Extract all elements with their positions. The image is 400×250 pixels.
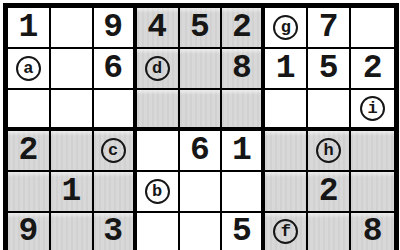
cell-r2c2[interactable] xyxy=(51,49,94,90)
cell-r6c6[interactable]: 5 xyxy=(222,213,265,250)
cell-r3c9[interactable]: i xyxy=(351,90,394,131)
cell-r4c6[interactable]: 1 xyxy=(222,131,265,172)
cell-r3c7[interactable] xyxy=(265,90,308,131)
sudoku-board: 19452g7a6d8152i2c61h1b2935f8 xyxy=(3,3,399,250)
cell-r3c6[interactable] xyxy=(222,90,265,131)
cell-r3c8[interactable] xyxy=(308,90,351,131)
cell-r6c2[interactable] xyxy=(51,213,94,250)
cell-r6c5[interactable] xyxy=(180,213,223,250)
cell-r5c9[interactable] xyxy=(351,172,394,213)
circled-letter-d: d xyxy=(145,56,170,81)
cell-r2c4[interactable]: d xyxy=(137,49,180,90)
cell-r4c2[interactable] xyxy=(51,131,94,172)
cell-r6c8[interactable] xyxy=(308,213,351,250)
cell-r4c8[interactable]: h xyxy=(308,131,351,172)
cell-r5c4[interactable]: b xyxy=(137,172,180,213)
cell-r2c3[interactable]: 6 xyxy=(94,49,137,90)
cell-r5c8[interactable]: 2 xyxy=(308,172,351,213)
cell-r1c6[interactable]: 2 xyxy=(222,8,265,49)
cell-r1c7[interactable]: g xyxy=(265,8,308,49)
cell-r3c5[interactable] xyxy=(180,90,223,131)
circled-letter-a: a xyxy=(16,56,41,81)
cell-r5c6[interactable] xyxy=(222,172,265,213)
cell-r2c1[interactable]: a xyxy=(8,49,51,90)
cell-r2c8[interactable]: 5 xyxy=(308,49,351,90)
cell-r6c4[interactable] xyxy=(137,213,180,250)
cell-r3c4[interactable] xyxy=(137,90,180,131)
cell-r1c2[interactable] xyxy=(51,8,94,49)
cell-r6c9[interactable]: 8 xyxy=(351,213,394,250)
cell-r2c6[interactable]: 8 xyxy=(222,49,265,90)
cell-r1c3[interactable]: 9 xyxy=(94,8,137,49)
cell-r4c5[interactable]: 6 xyxy=(180,131,223,172)
cell-r1c4[interactable]: 4 xyxy=(137,8,180,49)
cell-r4c7[interactable] xyxy=(265,131,308,172)
circled-letter-h: h xyxy=(316,138,341,163)
circled-letter-c: c xyxy=(101,138,126,163)
cell-r4c1[interactable]: 2 xyxy=(8,131,51,172)
cell-r1c1[interactable]: 1 xyxy=(8,8,51,49)
cell-r2c5[interactable] xyxy=(180,49,223,90)
circled-letter-b: b xyxy=(145,179,170,204)
circled-letter-g: g xyxy=(273,15,298,40)
cell-r3c1[interactable] xyxy=(8,90,51,131)
cell-r4c9[interactable] xyxy=(351,131,394,172)
cell-r5c2[interactable]: 1 xyxy=(51,172,94,213)
cell-r2c7[interactable]: 1 xyxy=(265,49,308,90)
cell-r3c2[interactable] xyxy=(51,90,94,131)
cell-r5c1[interactable] xyxy=(8,172,51,213)
cell-r4c4[interactable] xyxy=(137,131,180,172)
cell-r1c9[interactable] xyxy=(351,8,394,49)
cell-r6c3[interactable]: 3 xyxy=(94,213,137,250)
cell-r5c5[interactable] xyxy=(180,172,223,213)
cell-r4c3[interactable]: c xyxy=(94,131,137,172)
circled-letter-i: i xyxy=(360,96,385,121)
cell-r5c3[interactable] xyxy=(94,172,137,213)
cell-r1c5[interactable]: 5 xyxy=(180,8,223,49)
cell-r1c8[interactable]: 7 xyxy=(308,8,351,49)
circled-letter-f: f xyxy=(273,219,298,244)
cell-r6c1[interactable]: 9 xyxy=(8,213,51,250)
cell-r5c7[interactable] xyxy=(265,172,308,213)
cell-r2c9[interactable]: 2 xyxy=(351,49,394,90)
cell-r6c7[interactable]: f xyxy=(265,213,308,250)
cell-r3c3[interactable] xyxy=(94,90,137,131)
